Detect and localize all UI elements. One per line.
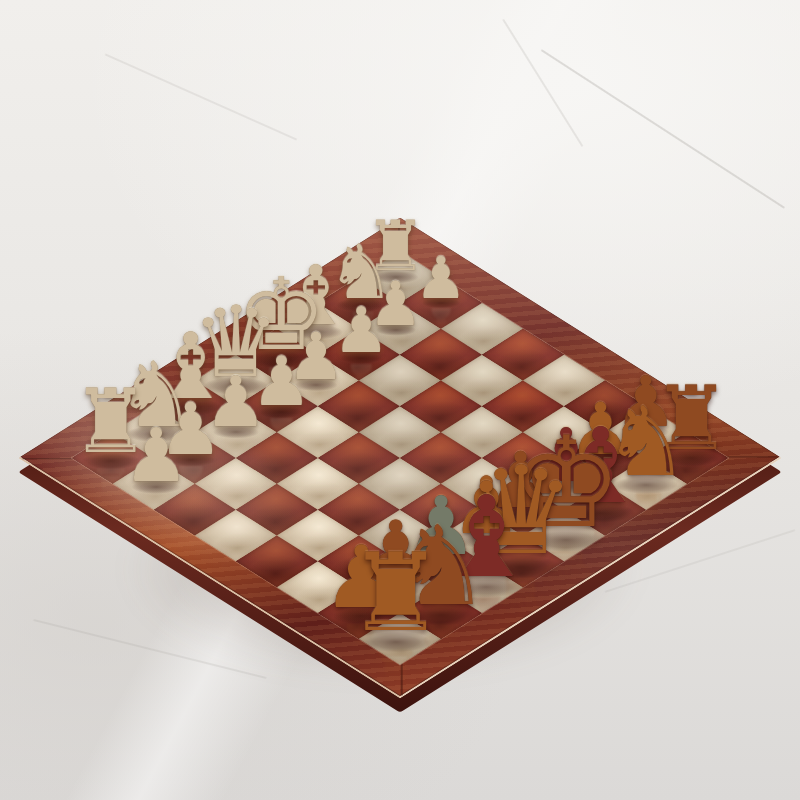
product-photo-scene: ♜♜♞♞♝♝♛♛♚♚♝♝♞♞♜♜♟♟♟♟♟♟♟♟♟♟♟♟♟♟♟♟♟♟♟♟♟♟♟♟… <box>0 0 800 800</box>
border-miter-seam <box>723 457 777 458</box>
piece-white-pawn[interactable]: ♟ <box>123 420 189 490</box>
marble-crack-line <box>105 53 297 140</box>
marble-crack-line <box>541 49 785 208</box>
marble-crack-line <box>503 19 584 147</box>
piece-black-rook[interactable]: ♜ <box>347 542 444 645</box>
border-miter-seam <box>22 458 76 459</box>
border-miter-seam <box>401 661 403 695</box>
